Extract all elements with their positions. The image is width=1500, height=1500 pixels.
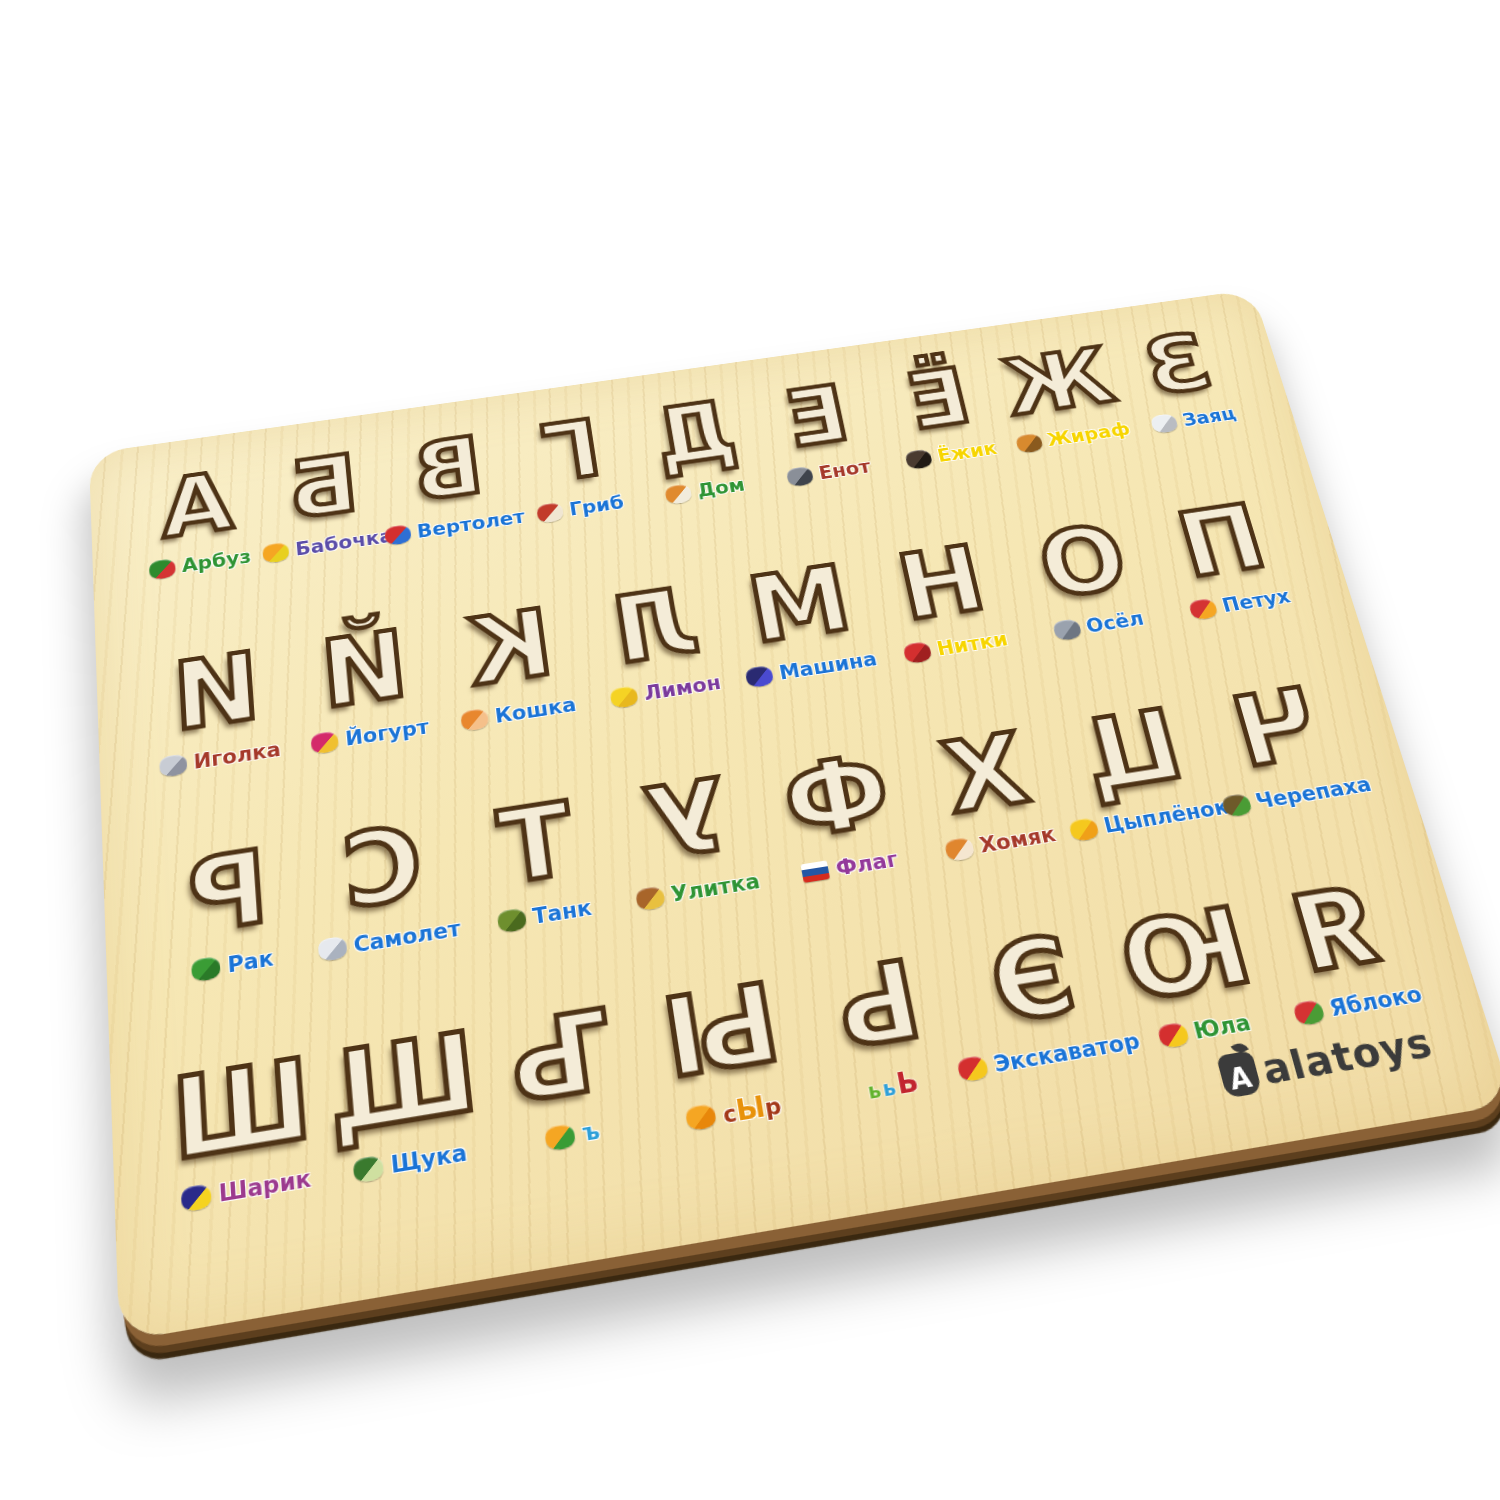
letter-cutout-Г: Г bbox=[538, 409, 606, 494]
letter-cutout-Ы: Ы bbox=[656, 968, 786, 1094]
soft-sign-glyph: Ь bbox=[894, 1065, 921, 1100]
pike-fish-icon bbox=[353, 1155, 384, 1184]
letter-label-Ь: ььЬ bbox=[865, 1065, 922, 1105]
letter-cutout-Э: Э bbox=[981, 921, 1083, 1039]
letter-cutout-М: М bbox=[742, 552, 858, 656]
needle-icon bbox=[159, 753, 187, 777]
letter-cell-В: ВВертолет bbox=[382, 422, 529, 617]
letter-cutout-С: С bbox=[339, 811, 427, 924]
car-icon bbox=[745, 664, 775, 688]
letter-cutout-У: У bbox=[639, 764, 735, 875]
letter-cell-И: ИИголка bbox=[139, 634, 301, 852]
letter-cutout-Ц: Ц bbox=[1073, 695, 1192, 805]
house-icon bbox=[665, 483, 693, 505]
puzzle-board-wrapper: ААрбузББабочкаВВертолетГГрибДДомЕЕнотЁЁж… bbox=[89, 289, 1500, 1341]
letter-cell-К: ККошка bbox=[432, 591, 604, 805]
letter-cutout-Й: Й bbox=[317, 617, 411, 722]
letter-cutout-Е: Е bbox=[780, 375, 855, 459]
letter-cell-Р: РРак bbox=[148, 829, 318, 1068]
letter-cutout-В: В bbox=[410, 426, 488, 513]
rooster-icon bbox=[1188, 597, 1219, 620]
apple-icon bbox=[1292, 999, 1326, 1026]
cheese-icon bbox=[685, 1103, 717, 1131]
letter-cutout-К: К bbox=[464, 596, 558, 700]
letter-cell-Т: ТТанк bbox=[454, 782, 635, 1016]
letter-cutout-Ш: Ш bbox=[169, 1043, 315, 1177]
russian-flag-icon bbox=[801, 860, 831, 883]
letter-cutout-Х: Х bbox=[935, 719, 1036, 828]
letter-cutout-О: О bbox=[1030, 512, 1136, 612]
letter-cutout-Я: Я bbox=[1282, 872, 1393, 988]
cat-icon bbox=[460, 708, 489, 732]
watermelon-icon bbox=[149, 558, 176, 580]
butterfly-icon bbox=[262, 542, 289, 564]
letter-cell-Щ: ЩЩука bbox=[318, 1016, 502, 1275]
hamster-icon bbox=[944, 836, 976, 861]
mushroom-icon bbox=[536, 502, 564, 524]
letter-cutout-Ю: Ю bbox=[1110, 893, 1261, 1018]
balloons-icon bbox=[181, 1183, 212, 1212]
giraffe-icon bbox=[1014, 433, 1043, 454]
letter-cutout-И: И bbox=[170, 639, 262, 745]
word-char: р bbox=[763, 1093, 783, 1121]
hare-icon bbox=[1150, 413, 1179, 434]
crayfish-icon bbox=[191, 955, 221, 982]
letter-cutout-Ч: Ч bbox=[1223, 674, 1332, 781]
thread-spool-icon bbox=[902, 641, 932, 664]
spinning-top-icon bbox=[1156, 1022, 1190, 1049]
letter-cutout-П: П bbox=[1169, 491, 1275, 590]
letter-cutout-З: З bbox=[1137, 324, 1220, 407]
yogurt-icon bbox=[311, 730, 340, 754]
letter-cutout-Б: Б bbox=[285, 444, 361, 532]
alphabet-puzzle-board: ААрбузББабочкаВВертолетГГрибДДомЕЕнотЁЁж… bbox=[89, 289, 1500, 1341]
letter-word-Ъ: ъ bbox=[581, 1118, 601, 1147]
product-photo-scene: ААрбузББабочкаВВертолетГГрибДДомЕЕнотЁЁж… bbox=[0, 0, 1500, 1500]
letter-cutout-Р: Р bbox=[186, 835, 271, 949]
toy-blocks-icon bbox=[545, 1123, 577, 1152]
letter-cutout-Ъ: Ъ bbox=[505, 995, 622, 1121]
donkey-icon bbox=[1052, 618, 1082, 641]
letter-cutout-Н: Н bbox=[891, 533, 993, 634]
letter-cutout-Т: Т bbox=[494, 788, 579, 899]
letter-cutout-А: А bbox=[159, 461, 234, 550]
letter-cell-Й: ЙЙогурт bbox=[287, 612, 454, 828]
hedgehog-icon bbox=[905, 449, 934, 470]
excavator-icon bbox=[956, 1055, 989, 1083]
turtle-icon bbox=[1220, 792, 1252, 817]
letter-cutout-Ф: Ф bbox=[776, 740, 897, 854]
tank-icon bbox=[496, 907, 526, 933]
letter-cell-Б: ББабочка bbox=[257, 440, 400, 637]
letter-cutout-Ь: Ь bbox=[826, 946, 929, 1066]
letter-cutout-Ж: Ж bbox=[996, 337, 1121, 427]
chick-icon bbox=[1068, 816, 1100, 841]
letter-cutout-Л: Л bbox=[607, 574, 705, 677]
snail-icon bbox=[635, 885, 666, 911]
letter-rows: ААрбузББабочкаВВертолетГГрибДДомЕЕнотЁЁж… bbox=[131, 320, 1463, 1303]
soft-sign-letters-icon: ььЬ bbox=[865, 1065, 922, 1105]
letter-cutout-Д: Д bbox=[650, 390, 742, 478]
letter-cell-С: ССамолет bbox=[302, 805, 477, 1041]
letter-cell-Ш: ШШарик bbox=[158, 1041, 337, 1303]
helicopter-icon bbox=[384, 524, 412, 546]
letter-cell-Ъ: Ъъ bbox=[477, 990, 667, 1246]
letter-cutout-Ё: Ё bbox=[900, 358, 977, 442]
raccoon-icon bbox=[786, 466, 815, 487]
lemon-icon bbox=[610, 685, 639, 709]
airplane-icon bbox=[317, 935, 347, 961]
letter-cutout-Щ: Щ bbox=[325, 1017, 483, 1151]
letter-cell-А: ААрбуз bbox=[131, 457, 270, 656]
